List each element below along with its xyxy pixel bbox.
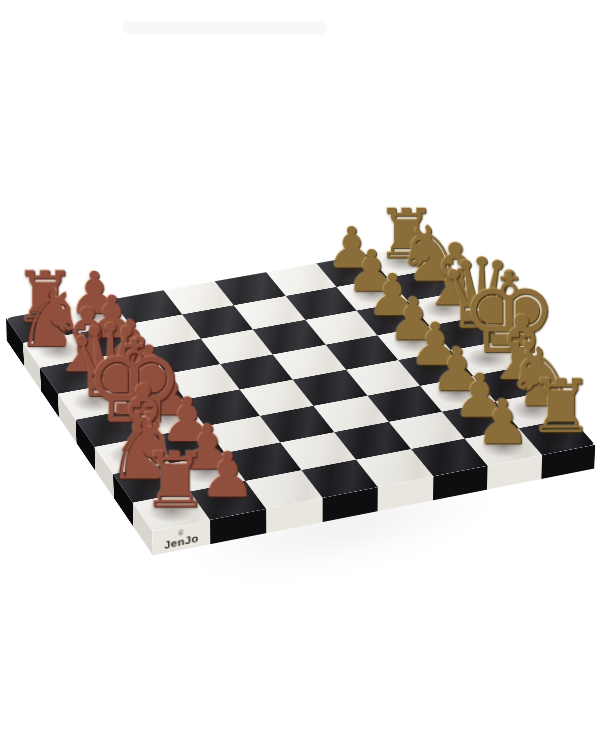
- brand-name: JenJo: [164, 532, 199, 550]
- copper-rook-glyph: ♜: [13, 262, 69, 332]
- brass-pawn-glyph: ♟: [324, 219, 378, 276]
- scene: ♕ JenJo ♜♞♝♛♚♝♞♜♟♟♟♟♟♟♟♟♟♟♟♟♟♟♟♟♜♞♝♛♚♝♞♜: [0, 0, 600, 750]
- chess-board: ♕ JenJo ♜♞♝♛♚♝♞♜♟♟♟♟♟♟♟♟♟♟♟♟♟♟♟♟♜♞♝♛♚♝♞♜: [6, 246, 595, 531]
- product-photo: ♕ JenJo ♜♞♝♛♚♝♞♜♟♟♟♟♟♟♟♟♟♟♟♟♟♟♟♟♜♞♝♛♚♝♞♜: [0, 0, 600, 750]
